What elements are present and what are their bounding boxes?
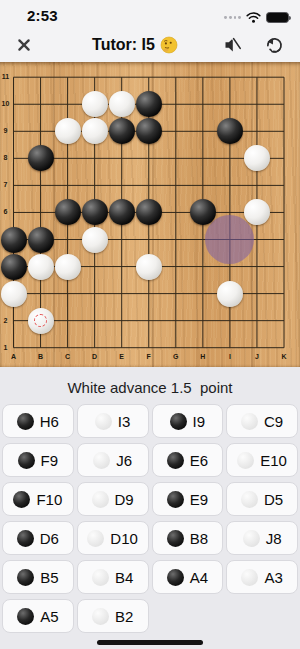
move-coord-label: J6 <box>116 452 132 469</box>
row-label-9: 9 <box>0 127 11 135</box>
stone-black-I9 <box>217 118 243 144</box>
column-label-D: D <box>89 353 101 361</box>
white-stone-icon <box>241 413 258 430</box>
nav-title: Tutor: I5 <box>92 36 155 54</box>
move-cell-B2[interactable]: B2 <box>77 599 149 633</box>
row-label-8: 8 <box>0 154 11 162</box>
stone-white-F4 <box>136 254 162 280</box>
move-cell-E6[interactable]: E6 <box>152 443 224 477</box>
black-stone-icon <box>17 413 34 430</box>
move-cell-H6[interactable]: H6 <box>2 404 74 438</box>
stone-white-C9 <box>55 118 81 144</box>
stone-white-A3 <box>1 281 27 307</box>
stone-black-D6 <box>82 199 108 225</box>
close-x-icon <box>17 38 31 52</box>
move-coord-label: A5 <box>40 608 58 625</box>
move-cell-F10[interactable]: F10 <box>2 482 74 516</box>
white-stone-icon <box>241 569 258 586</box>
nav-bar: Tutor: I5 <box>0 28 300 62</box>
white-stone-icon <box>93 452 110 469</box>
status-bar: 2:53 <box>0 0 300 28</box>
stone-white-E10 <box>109 91 135 117</box>
move-coord-label: C9 <box>264 413 283 430</box>
row-label-10: 10 <box>0 100 11 108</box>
row-label-1: 1 <box>0 344 11 352</box>
cellular-signal-icon <box>224 16 241 19</box>
move-coord-label: H6 <box>40 413 59 430</box>
stone-white-B2 <box>28 308 54 334</box>
black-stone-icon <box>167 491 184 508</box>
move-cell-E9[interactable]: E9 <box>152 482 224 516</box>
home-indicator[interactable] <box>97 640 203 645</box>
move-coord-label: A4 <box>190 569 208 586</box>
column-label-C: C <box>62 353 74 361</box>
move-cell-I3[interactable]: I3 <box>77 404 149 438</box>
black-stone-icon <box>167 452 184 469</box>
white-stone-icon <box>241 491 258 508</box>
black-stone-icon <box>167 569 184 586</box>
restart-arrow-icon <box>265 35 285 55</box>
status-icons <box>224 12 289 23</box>
white-stone-icon <box>243 530 260 547</box>
move-cell-A4[interactable]: A4 <box>152 560 224 594</box>
move-cell-D10[interactable]: D10 <box>77 521 149 555</box>
move-coord-label: D6 <box>40 530 59 547</box>
column-label-J: J <box>251 353 263 361</box>
white-stone-icon <box>92 491 109 508</box>
stone-white-D10 <box>82 91 108 117</box>
move-cell-C9[interactable]: C9 <box>226 404 298 438</box>
column-label-B: B <box>35 353 47 361</box>
move-coord-label: E9 <box>190 491 208 508</box>
move-cell-D6[interactable]: D6 <box>2 521 74 555</box>
move-cell-D5[interactable]: D5 <box>226 482 298 516</box>
move-cell-A5[interactable]: A5 <box>2 599 74 633</box>
move-coord-label: J8 <box>266 530 282 547</box>
move-cell-E10[interactable]: E10 <box>226 443 298 477</box>
move-coord-label: F10 <box>36 491 62 508</box>
move-coord-label: E6 <box>190 452 208 469</box>
black-stone-icon <box>17 569 34 586</box>
moves-grid: H6I3I9C9F9J6E6E10F10D9E9D5D6D10B8J8B5B4A… <box>0 396 300 633</box>
stone-black-F10 <box>136 91 162 117</box>
stone-black-F9 <box>136 118 162 144</box>
mute-button[interactable] <box>222 34 244 56</box>
move-coord-label: B2 <box>115 608 133 625</box>
row-label-6: 6 <box>0 208 11 216</box>
move-cell-I9[interactable]: I9 <box>152 404 224 438</box>
move-cell-D9[interactable]: D9 <box>77 482 149 516</box>
move-cell-J8[interactable]: J8 <box>226 521 298 555</box>
white-stone-icon <box>87 530 104 547</box>
move-cell-F9[interactable]: F9 <box>2 443 74 477</box>
muted-speaker-icon <box>224 36 242 54</box>
column-label-G: G <box>170 353 182 361</box>
app-screen: 2:53 Tutor: I5 <box>0 0 300 649</box>
white-stone-icon <box>237 452 254 469</box>
black-stone-icon <box>170 413 187 430</box>
column-label-I: I <box>224 353 236 361</box>
move-coord-label: D10 <box>110 530 138 547</box>
move-coord-label: I3 <box>118 413 131 430</box>
move-coord-label: A3 <box>264 569 282 586</box>
move-cell-B8[interactable]: B8 <box>152 521 224 555</box>
tutor-emoji-icon <box>160 36 178 54</box>
move-coord-label: B5 <box>40 569 58 586</box>
white-stone-icon <box>92 608 109 625</box>
stone-black-B8 <box>28 145 54 171</box>
row-label-7: 7 <box>0 181 11 189</box>
move-cell-B5[interactable]: B5 <box>2 560 74 594</box>
go-board[interactable]: 1110987654321ABCDEFGHIJK <box>0 62 300 367</box>
status-time: 2:53 <box>27 7 58 24</box>
white-stone-icon <box>95 413 112 430</box>
move-coord-label: B4 <box>115 569 133 586</box>
column-label-F: F <box>143 353 155 361</box>
column-label-A: A <box>8 353 20 361</box>
column-label-K: K <box>278 353 290 361</box>
stone-white-I3 <box>217 281 243 307</box>
wifi-icon <box>246 12 261 23</box>
black-stone-icon <box>17 530 34 547</box>
move-cell-B4[interactable]: B4 <box>77 560 149 594</box>
nav-title-group: Tutor: I5 <box>60 36 210 54</box>
stone-black-B5 <box>28 227 54 253</box>
restart-button[interactable] <box>263 33 287 57</box>
stone-black-A5 <box>1 227 27 253</box>
black-stone-icon <box>17 608 34 625</box>
battery-icon <box>266 12 289 23</box>
stone-white-D9 <box>82 118 108 144</box>
move-coord-label: B8 <box>190 530 208 547</box>
stone-white-C4 <box>55 254 81 280</box>
move-cell-J6[interactable]: J6 <box>77 443 149 477</box>
move-coord-label: I9 <box>193 413 206 430</box>
bottom-panel: White advance 1.5 point H6I3I9C9F9J6E6E1… <box>0 367 300 649</box>
move-cell-A3[interactable]: A3 <box>226 560 298 594</box>
move-coord-label: E10 <box>260 452 287 469</box>
black-stone-icon <box>167 530 184 547</box>
row-label-11: 11 <box>0 73 11 81</box>
white-stone-icon <box>92 569 109 586</box>
move-coord-label: D5 <box>264 491 283 508</box>
black-stone-icon <box>13 491 30 508</box>
stone-white-B4 <box>28 254 54 280</box>
stone-black-E9 <box>109 118 135 144</box>
column-label-E: E <box>116 353 128 361</box>
black-stone-icon <box>18 452 35 469</box>
last-move-marker <box>34 314 47 327</box>
stone-white-D5 <box>82 227 108 253</box>
close-button[interactable] <box>15 36 33 54</box>
move-coord-label: F9 <box>41 452 59 469</box>
result-banner: White advance 1.5 point <box>0 379 300 396</box>
row-label-2: 2 <box>0 317 11 325</box>
stone-black-C6 <box>55 199 81 225</box>
column-label-H: H <box>197 353 209 361</box>
stone-black-A4 <box>1 254 27 280</box>
stone-black-E6 <box>109 199 135 225</box>
move-coord-label: D9 <box>115 491 134 508</box>
